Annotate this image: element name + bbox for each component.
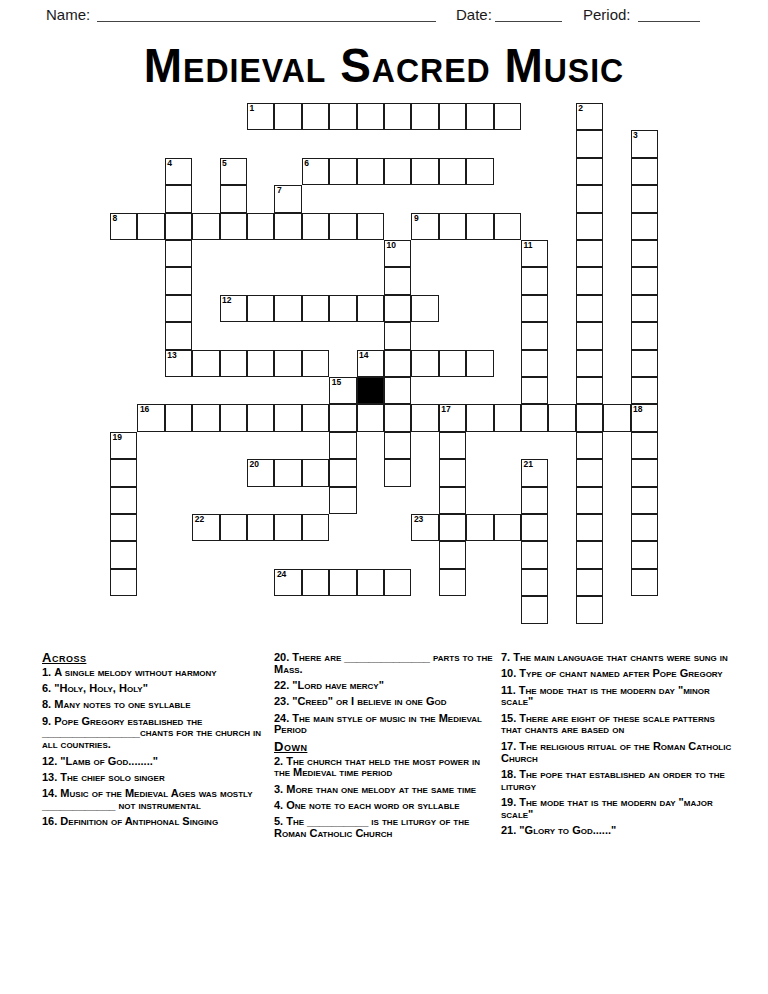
clue-number: 7. (501, 651, 513, 663)
grid-cell[interactable] (329, 213, 356, 240)
grid-cell[interactable] (576, 404, 603, 431)
grid-cell[interactable] (631, 377, 658, 404)
clue-5: 5. The __________ is the liturgy of the … (274, 816, 498, 840)
grid-cell[interactable] (411, 404, 438, 431)
grid-cell[interactable] (220, 350, 247, 377)
grid-cell[interactable] (631, 267, 658, 294)
grid-cell[interactable] (110, 487, 137, 514)
grid-cell[interactable]: 15 (329, 377, 356, 404)
name-blank-line (97, 6, 436, 22)
grid-cell[interactable] (384, 569, 411, 596)
clue-number: 24. (274, 712, 292, 724)
grid-cell[interactable] (439, 432, 466, 459)
grid-cell[interactable] (274, 295, 301, 322)
clue-number: 23. (274, 695, 292, 707)
grid-cell[interactable] (439, 541, 466, 568)
clue-section-header: Across (42, 652, 264, 664)
grid-cell[interactable] (110, 569, 137, 596)
grid-cell[interactable] (384, 350, 411, 377)
grid-cell[interactable] (247, 295, 274, 322)
grid-cell[interactable] (302, 350, 329, 377)
clue-10: 10. Type of chant named after Pope Grego… (501, 668, 736, 680)
clue-number: 14. (42, 787, 60, 799)
cell-number: 14 (359, 351, 368, 360)
grid-cell[interactable]: 16 (137, 404, 164, 431)
grid-cell[interactable] (302, 295, 329, 322)
grid-cell[interactable] (384, 377, 411, 404)
cell-number: 23 (414, 515, 423, 524)
grid-cell[interactable] (576, 487, 603, 514)
clue-11: 11. The mode that is the modern day "min… (501, 685, 736, 709)
grid-cell[interactable]: 1 (247, 103, 274, 130)
grid-cell[interactable] (576, 295, 603, 322)
grid-cell[interactable] (631, 240, 658, 267)
clue-12: 12. "Lamb of God........" (42, 756, 264, 768)
grid-cell[interactable] (384, 322, 411, 349)
cell-number: 22 (195, 515, 204, 524)
grid-cell-black (357, 377, 384, 404)
grid-cell[interactable] (384, 404, 411, 431)
grid-cell[interactable] (165, 404, 192, 431)
grid-cell[interactable] (576, 185, 603, 212)
cell-number: 13 (167, 351, 176, 360)
grid-cell[interactable] (384, 267, 411, 294)
grid-cell[interactable] (302, 103, 329, 130)
cell-number: 2 (578, 104, 583, 113)
cell-number: 16 (140, 405, 149, 414)
date-label: Date: (456, 6, 492, 23)
clue-number: 20. (274, 651, 292, 663)
grid-cell[interactable] (302, 514, 329, 541)
clue-23: 23. "Creed" or I believe in one God (274, 696, 498, 708)
grid-cell[interactable] (274, 350, 301, 377)
grid-cell[interactable] (631, 295, 658, 322)
grid-cell[interactable] (631, 322, 658, 349)
clue-number: 2. (274, 755, 286, 767)
clue-17: 17. The religious ritual of the Roman Ca… (501, 741, 736, 765)
grid-cell[interactable] (247, 404, 274, 431)
grid-cell[interactable] (631, 213, 658, 240)
grid-cell[interactable] (576, 377, 603, 404)
grid-cell[interactable] (576, 322, 603, 349)
grid-cell[interactable] (329, 103, 356, 130)
grid-cell[interactable] (466, 158, 493, 185)
grid-cell[interactable] (631, 350, 658, 377)
clue-21: 21. "Glory to God......" (501, 825, 736, 837)
clue-number: 13. (42, 771, 60, 783)
grid-cell[interactable] (247, 350, 274, 377)
grid-cell[interactable]: 11 (521, 240, 548, 267)
grid-cell[interactable] (466, 213, 493, 240)
clue-number: 6. (42, 682, 54, 694)
grid-cell[interactable]: 4 (165, 158, 192, 185)
grid-cell[interactable] (165, 240, 192, 267)
grid-cell[interactable] (494, 514, 521, 541)
clue-number: 4. (274, 799, 286, 811)
grid-cell[interactable] (110, 459, 137, 486)
cell-number: 20 (250, 460, 259, 469)
grid-cell[interactable]: 20 (247, 459, 274, 486)
cell-number: 18 (633, 405, 642, 414)
grid-cell[interactable] (357, 295, 384, 322)
grid-cell[interactable] (439, 350, 466, 377)
clue-1: 1. A single melody without harmony (42, 667, 264, 679)
grid-cell[interactable] (247, 213, 274, 240)
grid-cell[interactable] (302, 213, 329, 240)
clue-number: 17. (501, 740, 519, 752)
grid-cell[interactable] (631, 569, 658, 596)
grid-cell[interactable] (631, 185, 658, 212)
grid-cell[interactable] (521, 295, 548, 322)
grid-cell[interactable] (302, 459, 329, 486)
grid-cell[interactable] (576, 514, 603, 541)
name-label: Name: (46, 6, 90, 23)
cell-number: 9 (414, 214, 419, 223)
grid-cell[interactable] (576, 213, 603, 240)
cell-number: 24 (277, 570, 286, 579)
clue-number: 10. (501, 667, 519, 679)
clue-18: 18. The pope that established an order t… (501, 769, 736, 793)
grid-cell[interactable] (439, 569, 466, 596)
grid-cell[interactable] (576, 569, 603, 596)
clue-24: 24. The main style of music in the Medie… (274, 713, 498, 737)
grid-cell[interactable] (521, 514, 548, 541)
grid-cell[interactable] (576, 459, 603, 486)
clue-number: 8. (42, 698, 54, 710)
grid-cell[interactable] (521, 596, 548, 623)
grid-cell[interactable] (302, 404, 329, 431)
clue-8: 8. Many notes to one syllable (42, 699, 264, 711)
grid-cell[interactable] (439, 158, 466, 185)
grid-cell[interactable] (192, 404, 219, 431)
clue-number: 19. (501, 796, 519, 808)
clue-4: 4. One note to each word or syllable (274, 800, 498, 812)
grid-cell[interactable] (110, 514, 137, 541)
grid-cell[interactable] (274, 459, 301, 486)
grid-cell[interactable] (329, 404, 356, 431)
grid-cell[interactable] (439, 514, 466, 541)
grid-cell[interactable]: 21 (521, 459, 548, 486)
grid-cell[interactable] (439, 487, 466, 514)
grid-cell[interactable] (110, 541, 137, 568)
grid-cell[interactable] (521, 350, 548, 377)
grid-cell[interactable] (165, 267, 192, 294)
clue-number: 22. (274, 679, 292, 691)
grid-cell[interactable] (165, 185, 192, 212)
grid-cell[interactable]: 19 (110, 432, 137, 459)
grid-cell[interactable] (384, 432, 411, 459)
clue-7: 7. The main language that chants were su… (501, 652, 736, 664)
grid-cell[interactable] (165, 213, 192, 240)
grid-cell[interactable]: 7 (274, 185, 301, 212)
grid-cell[interactable]: 2 (576, 103, 603, 130)
grid-cell[interactable] (521, 487, 548, 514)
grid-cell[interactable] (521, 377, 548, 404)
cell-number: 15 (332, 378, 341, 387)
grid-cell[interactable]: 10 (384, 240, 411, 267)
grid-cell[interactable] (357, 569, 384, 596)
grid-cell[interactable] (384, 103, 411, 130)
grid-cell[interactable] (576, 158, 603, 185)
grid-cell[interactable] (576, 240, 603, 267)
clue-number: 15. (501, 712, 519, 724)
grid-cell[interactable] (384, 158, 411, 185)
crossword-grid: 123456789101112131415161718192021222324 (110, 103, 659, 624)
grid-cell[interactable] (274, 514, 301, 541)
grid-cell[interactable]: 8 (110, 213, 137, 240)
grid-cell[interactable] (384, 295, 411, 322)
cell-number: 6 (304, 159, 309, 168)
grid-cell[interactable] (192, 350, 219, 377)
cell-number: 21 (524, 460, 533, 469)
grid-cell[interactable] (631, 459, 658, 486)
grid-cell[interactable] (576, 130, 603, 157)
cell-number: 12 (222, 296, 231, 305)
clue-number: 5. (274, 815, 286, 827)
grid-cell[interactable]: 14 (357, 350, 384, 377)
grid-cell[interactable] (274, 103, 301, 130)
grid-cell[interactable] (329, 295, 356, 322)
grid-cell[interactable] (439, 213, 466, 240)
clue-20: 20. There are ______________ parts to th… (274, 652, 498, 676)
clue-number: 1. (42, 666, 54, 678)
cell-number: 3 (633, 131, 638, 140)
period-label: Period: (583, 6, 631, 23)
clue-13: 13. The chief solo singer (42, 772, 264, 784)
grid-cell[interactable] (576, 596, 603, 623)
crossword-worksheet: { "game": "crossword", "title": "Medieva… (0, 0, 768, 994)
grid-cell[interactable]: 23 (411, 514, 438, 541)
grid-cell[interactable] (329, 158, 356, 185)
cell-number: 11 (524, 241, 533, 250)
cell-number: 8 (113, 214, 118, 223)
cell-number: 4 (167, 159, 172, 168)
grid-cell[interactable]: 24 (274, 569, 301, 596)
clue-14: 14. Music of the Medieval Ages was mostl… (42, 788, 264, 812)
grid-cell[interactable] (220, 404, 247, 431)
clue-22: 22. "Lord have mercy" (274, 680, 498, 692)
grid-cell[interactable] (411, 295, 438, 322)
cell-number: 10 (387, 241, 396, 250)
grid-cell[interactable] (466, 514, 493, 541)
grid-cell[interactable] (466, 350, 493, 377)
grid-cell[interactable] (521, 404, 548, 431)
grid-cell[interactable] (165, 322, 192, 349)
grid-cell[interactable] (466, 103, 493, 130)
date-blank-line (495, 6, 562, 22)
grid-cell[interactable] (631, 487, 658, 514)
grid-cell[interactable]: 13 (165, 350, 192, 377)
grid-cell[interactable] (521, 541, 548, 568)
clue-column-1: Across1. A single melody without harmony… (42, 652, 264, 833)
clue-number: 11. (501, 684, 519, 696)
grid-cell[interactable] (165, 295, 192, 322)
grid-cell[interactable] (439, 103, 466, 130)
clue-number: 21. (501, 824, 519, 836)
clue-number: 12. (42, 755, 60, 767)
grid-cell[interactable] (274, 213, 301, 240)
grid-cell[interactable]: 18 (631, 404, 658, 431)
grid-cell[interactable]: 3 (631, 130, 658, 157)
grid-cell[interactable] (329, 432, 356, 459)
grid-cell[interactable] (411, 103, 438, 130)
clue-19: 19. The mode that is the modern day "maj… (501, 797, 736, 821)
grid-cell[interactable] (384, 459, 411, 486)
page-title: Medieval Sacred Music (0, 37, 768, 93)
cell-number: 17 (441, 405, 450, 414)
cell-number: 7 (277, 186, 282, 195)
clue-number: 16. (42, 815, 60, 827)
grid-cell[interactable] (521, 569, 548, 596)
grid-cell[interactable] (357, 404, 384, 431)
grid-cell[interactable] (576, 541, 603, 568)
grid-cell[interactable]: 12 (220, 295, 247, 322)
grid-cell[interactable] (494, 103, 521, 130)
grid-cell[interactable] (220, 213, 247, 240)
clue-number: 18. (501, 768, 519, 780)
period-blank-line (638, 6, 700, 22)
grid-cell[interactable] (329, 569, 356, 596)
clue-number: 9. (42, 715, 54, 727)
clue-number: 3. (274, 783, 286, 795)
grid-cell[interactable] (329, 487, 356, 514)
grid-cell[interactable] (411, 350, 438, 377)
grid-cell[interactable] (494, 213, 521, 240)
grid-cell[interactable]: 5 (220, 158, 247, 185)
grid-cell[interactable]: 22 (192, 514, 219, 541)
grid-cell[interactable] (357, 103, 384, 130)
grid-cell[interactable] (357, 213, 384, 240)
grid-cell[interactable] (521, 267, 548, 294)
clue-9: 9. Pope Gregory established the ________… (42, 716, 264, 751)
clue-column-2: 20. There are ______________ parts to th… (274, 652, 498, 844)
clue-column-3: 7. The main language that chants were su… (501, 652, 736, 841)
grid-cell[interactable] (576, 267, 603, 294)
grid-cell[interactable] (192, 213, 219, 240)
clue-3: 3. More than one melody at the same time (274, 784, 498, 796)
grid-cell[interactable] (274, 404, 301, 431)
grid-cell[interactable] (357, 158, 384, 185)
grid-cell[interactable]: 6 (302, 158, 329, 185)
grid-cell[interactable] (631, 541, 658, 568)
cell-number: 5 (222, 159, 227, 168)
clue-15: 15. There are eight of these scale patte… (501, 713, 736, 737)
grid-cell[interactable]: 17 (439, 404, 466, 431)
grid-cell[interactable]: 9 (411, 213, 438, 240)
grid-cell[interactable] (603, 404, 630, 431)
clue-16: 16. Definition of Antiphonal Singing (42, 816, 264, 828)
grid-cell[interactable] (466, 404, 493, 431)
grid-cell[interactable] (220, 185, 247, 212)
grid-cell[interactable] (302, 569, 329, 596)
grid-cell[interactable] (439, 459, 466, 486)
cell-number: 1 (250, 104, 255, 113)
grid-cell[interactable] (631, 432, 658, 459)
grid-cell[interactable] (494, 404, 521, 431)
clue-section-header: Down (274, 741, 498, 753)
grid-cell[interactable] (247, 514, 274, 541)
cell-number: 19 (113, 433, 122, 442)
grid-cell[interactable] (548, 404, 575, 431)
grid-cell[interactable] (631, 514, 658, 541)
grid-cell[interactable] (576, 432, 603, 459)
clue-6: 6. "Holy, Holy, Holy" (42, 683, 264, 695)
grid-cell[interactable] (631, 158, 658, 185)
grid-cell[interactable] (576, 350, 603, 377)
grid-cell[interactable] (521, 322, 548, 349)
grid-cell[interactable] (137, 213, 164, 240)
grid-cell[interactable] (329, 459, 356, 486)
grid-cell[interactable] (220, 514, 247, 541)
clue-2: 2. The church that held the most power i… (274, 756, 498, 780)
grid-cell[interactable] (411, 158, 438, 185)
